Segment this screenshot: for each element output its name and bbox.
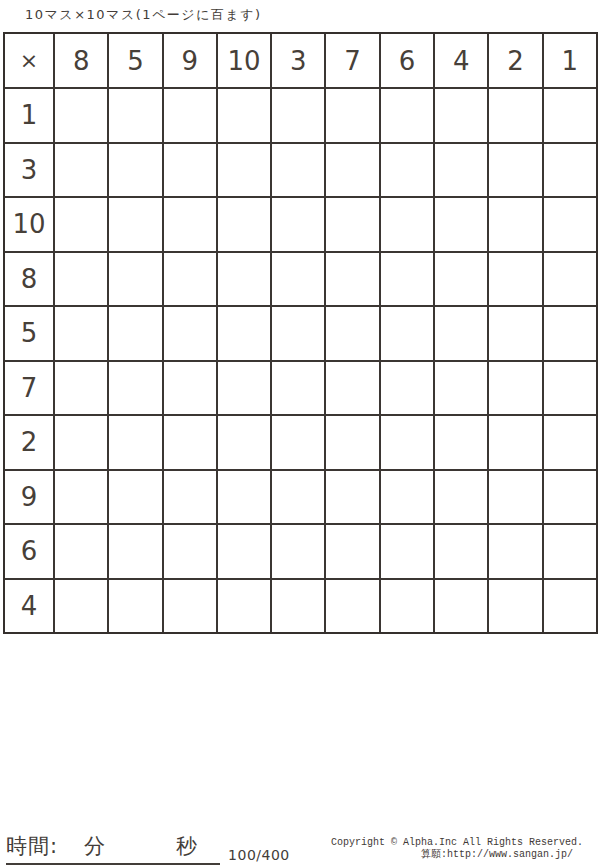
answer-cell-r8-c6[interactable] [326,471,378,524]
row-header-cell-6: 7 [5,362,53,415]
answer-cell-r2-c4[interactable] [218,144,270,197]
answer-cell-r1-c3[interactable] [164,89,216,142]
answer-cell-r7-c7[interactable] [381,416,433,469]
answer-cell-r6-c1[interactable] [55,362,107,415]
operator-cell: × [5,34,53,87]
row-header-cell-7: 2 [5,416,53,469]
answer-cell-r7-c2[interactable] [109,416,161,469]
answer-cell-r7-c6[interactable] [326,416,378,469]
answer-cell-r5-c10[interactable] [544,307,596,360]
answer-cell-r8-c8[interactable] [435,471,487,524]
row-header-cell-5: 5 [5,307,53,360]
answer-cell-r7-c9[interactable] [489,416,541,469]
row-header-cell-4: 8 [5,253,53,306]
answer-cell-r3-c8[interactable] [435,198,487,251]
row-header-cell-3: 10 [5,198,53,251]
answer-cell-r1-c4[interactable] [218,89,270,142]
answer-cell-r5-c2[interactable] [109,307,161,360]
answer-cell-r6-c8[interactable] [435,362,487,415]
answer-cell-r4-c8[interactable] [435,253,487,306]
answer-cell-r3-c6[interactable] [326,198,378,251]
answer-cell-r10-c1[interactable] [55,580,107,633]
answer-cell-r9-c7[interactable] [381,525,433,578]
answer-cell-r9-c2[interactable] [109,525,161,578]
answer-cell-r4-c6[interactable] [326,253,378,306]
answer-cell-r1-c1[interactable] [55,89,107,142]
answer-cell-r10-c9[interactable] [489,580,541,633]
answer-cell-r8-c7[interactable] [381,471,433,524]
answer-cell-r1-c6[interactable] [326,89,378,142]
answer-cell-r8-c4[interactable] [218,471,270,524]
col-header-cell-1: 8 [55,34,107,87]
answer-cell-r5-c9[interactable] [489,307,541,360]
answer-cell-r10-c3[interactable] [164,580,216,633]
copyright-text: Copyright © Alpha.Inc All Rights Reserve… [331,837,583,849]
answer-cell-r8-c9[interactable] [489,471,541,524]
answer-cell-r5-c5[interactable] [272,307,324,360]
col-header-cell-10: 1 [544,34,596,87]
time-blank-line[interactable]: 時間: 分 秒 [6,832,220,865]
answer-cell-r10-c7[interactable] [381,580,433,633]
col-header-cell-9: 2 [489,34,541,87]
row-header-cell-1: 1 [5,89,53,142]
answer-cell-r2-c9[interactable] [489,144,541,197]
answer-cell-r7-c4[interactable] [218,416,270,469]
col-header-cell-8: 4 [435,34,487,87]
answer-cell-r7-c3[interactable] [164,416,216,469]
answer-cell-r1-c2[interactable] [109,89,161,142]
answer-cell-r10-c5[interactable] [272,580,324,633]
answer-cell-r9-c9[interactable] [489,525,541,578]
answer-cell-r4-c2[interactable] [109,253,161,306]
col-header-cell-6: 7 [326,34,378,87]
answer-cell-r1-c10[interactable] [544,89,596,142]
answer-cell-r3-c3[interactable] [164,198,216,251]
answer-cell-r6-c5[interactable] [272,362,324,415]
answer-cell-r4-c9[interactable] [489,253,541,306]
answer-cell-r4-c5[interactable] [272,253,324,306]
progress-counter: 100/400 [228,847,290,865]
answer-cell-r2-c2[interactable] [109,144,161,197]
col-header-cell-5: 3 [272,34,324,87]
answer-cell-r6-c9[interactable] [489,362,541,415]
board: ×8591037642113108572964 [3,32,598,634]
col-header-cell-3: 9 [164,34,216,87]
col-header-cell-7: 6 [381,34,433,87]
answer-cell-r5-c6[interactable] [326,307,378,360]
answer-cell-r10-c2[interactable] [109,580,161,633]
answer-cell-r2-c1[interactable] [55,144,107,197]
col-header-cell-2: 5 [109,34,161,87]
answer-cell-r5-c7[interactable] [381,307,433,360]
answer-cell-r9-c8[interactable] [435,525,487,578]
col-header-cell-4: 10 [218,34,270,87]
row-header-cell-9: 6 [5,525,53,578]
page-title: 10マス×10マス(1ページに百ます) [25,6,262,24]
time-entry-row: 時間: 分 秒 100/400 [6,832,290,865]
answer-cell-r10-c8[interactable] [435,580,487,633]
answer-cell-r2-c7[interactable] [381,144,433,197]
answer-cell-r5-c3[interactable] [164,307,216,360]
answer-cell-r5-c8[interactable] [435,307,487,360]
answer-cell-r2-c3[interactable] [164,144,216,197]
answer-cell-r10-c6[interactable] [326,580,378,633]
answer-cell-r6-c3[interactable] [164,362,216,415]
answer-cell-r3-c5[interactable] [272,198,324,251]
row-header-cell-8: 9 [5,471,53,524]
answer-cell-r7-c10[interactable] [544,416,596,469]
answer-cell-r1-c5[interactable] [272,89,324,142]
answer-cell-r1-c9[interactable] [489,89,541,142]
answer-cell-r8-c2[interactable] [109,471,161,524]
answer-cell-r3-c7[interactable] [381,198,433,251]
answer-cell-r6-c7[interactable] [381,362,433,415]
answer-cell-r8-c10[interactable] [544,471,596,524]
answer-cell-r2-c10[interactable] [544,144,596,197]
answer-cell-r6-c4[interactable] [218,362,270,415]
answer-cell-r1-c7[interactable] [381,89,433,142]
copyright: Copyright © Alpha.Inc All Rights Reserve… [331,837,583,860]
answer-cell-r9-c5[interactable] [272,525,324,578]
answer-cell-r9-c3[interactable] [164,525,216,578]
answer-cell-r2-c5[interactable] [272,144,324,197]
row-header-cell-10: 4 [5,580,53,633]
answer-cell-r9-c1[interactable] [55,525,107,578]
seconds-label: 秒 [176,832,198,860]
answer-cell-r4-c4[interactable] [218,253,270,306]
answer-cell-r3-c2[interactable] [109,198,161,251]
answer-cell-r7-c1[interactable] [55,416,107,469]
answer-cell-r3-c4[interactable] [218,198,270,251]
answer-cell-r4-c3[interactable] [164,253,216,306]
answer-cell-r10-c10[interactable] [544,580,596,633]
copyright-url: 算願:http://www.sangan.jp/ [331,849,583,861]
time-label: 時間: [6,832,58,860]
minutes-label: 分 [84,832,106,860]
answer-cell-r6-c2[interactable] [109,362,161,415]
answer-cell-r7-c8[interactable] [435,416,487,469]
answer-cell-r9-c4[interactable] [218,525,270,578]
answer-cell-r2-c8[interactable] [435,144,487,197]
answer-cell-r10-c4[interactable] [218,580,270,633]
answer-cell-r3-c9[interactable] [489,198,541,251]
answer-cell-r9-c6[interactable] [326,525,378,578]
answer-cell-r4-c1[interactable] [55,253,107,306]
row-header-cell-2: 3 [5,144,53,197]
answer-cell-r5-c4[interactable] [218,307,270,360]
answer-cell-r1-c8[interactable] [435,89,487,142]
answer-cell-r5-c1[interactable] [55,307,107,360]
answer-cell-r3-c10[interactable] [544,198,596,251]
answer-cell-r4-c7[interactable] [381,253,433,306]
answer-cell-r8-c1[interactable] [55,471,107,524]
answer-cell-r7-c5[interactable] [272,416,324,469]
answer-cell-r3-c1[interactable] [55,198,107,251]
answer-cell-r9-c10[interactable] [544,525,596,578]
answer-cell-r8-c3[interactable] [164,471,216,524]
answer-cell-r2-c6[interactable] [326,144,378,197]
answer-cell-r4-c10[interactable] [544,253,596,306]
answer-cell-r6-c6[interactable] [326,362,378,415]
answer-cell-r6-c10[interactable] [544,362,596,415]
answer-cell-r8-c5[interactable] [272,471,324,524]
